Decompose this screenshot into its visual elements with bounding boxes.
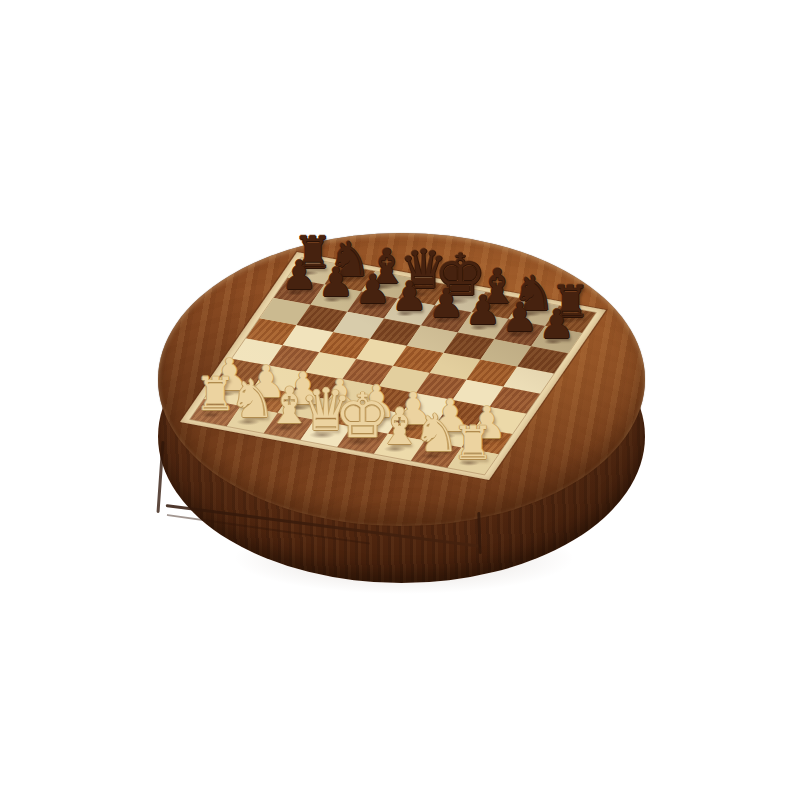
piece-black-pawn-d7[interactable]: ♟ xyxy=(391,276,427,316)
piece-white-rook-h1[interactable]: ♜ xyxy=(452,420,493,466)
product-photo-scene: ♜♞♝♛♚♝♞♜♟♟♟♟♟♟♟♟♟♟♟♟♟♟♟♟♜♞♝♛♚♝♞♜ xyxy=(0,0,800,800)
piece-black-pawn-a7[interactable]: ♟ xyxy=(281,255,317,295)
pieces-layer: ♜♞♝♛♚♝♞♜♟♟♟♟♟♟♟♟♟♟♟♟♟♟♟♟♜♞♝♛♚♝♞♜ xyxy=(0,0,800,800)
piece-black-pawn-b7[interactable]: ♟ xyxy=(318,262,354,302)
piece-black-pawn-h7[interactable]: ♟ xyxy=(539,304,575,344)
piece-black-pawn-g7[interactable]: ♟ xyxy=(502,297,538,337)
piece-black-pawn-e7[interactable]: ♟ xyxy=(428,283,464,323)
piece-black-pawn-f7[interactable]: ♟ xyxy=(465,290,501,330)
drawer-seam-left xyxy=(156,441,164,513)
piece-black-pawn-c7[interactable]: ♟ xyxy=(355,269,391,309)
